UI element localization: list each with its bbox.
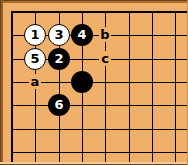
go-diagram: abc134526 [0, 0, 188, 165]
frame-bottom-dark [0, 164, 188, 165]
grid-line-vertical [175, 11, 176, 165]
white-stone-5: 5 [24, 48, 46, 70]
black-stone-2: 2 [48, 48, 70, 70]
frame-right-mid [187, 0, 188, 165]
white-stone-1: 1 [24, 24, 46, 46]
frame-left-mid [1, 0, 3, 165]
black-stone [71, 71, 93, 93]
grid-line-vertical [152, 11, 153, 165]
grid-line-horizontal [11, 105, 188, 106]
grid-line-horizontal [11, 152, 188, 153]
frame-top-mid [0, 1, 188, 3]
grid-line-vertical [129, 11, 130, 165]
black-stone-6: 6 [48, 94, 70, 116]
grid-line-horizontal [11, 129, 188, 130]
point-label-a: a [29, 74, 41, 89]
point-label-b: b [99, 27, 111, 42]
black-stone-4: 4 [71, 24, 93, 46]
grid-line-vertical [11, 11, 13, 165]
point-label-c: c [99, 51, 111, 66]
grid-line-horizontal [11, 11, 188, 13]
white-stone-3: 3 [48, 24, 70, 46]
